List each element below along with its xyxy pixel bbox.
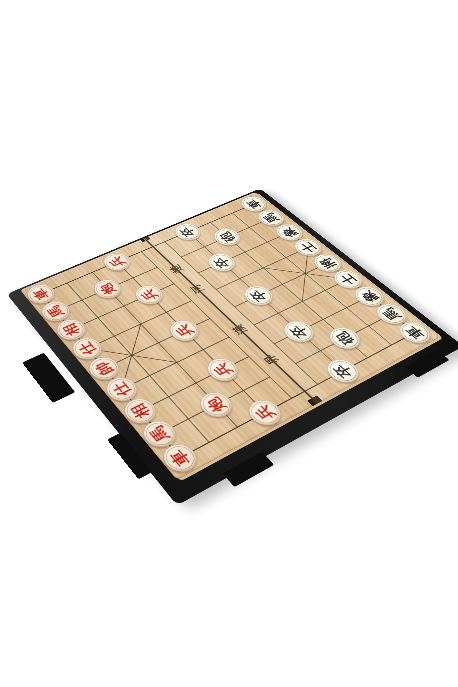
piece-black-soldier[interactable]: 卒 xyxy=(278,317,320,346)
piece-glyph: 兵 xyxy=(173,323,196,339)
piece-glyph: 士 xyxy=(337,272,359,286)
piece-glyph: 砲 xyxy=(333,330,357,346)
piece-glyph: 卒 xyxy=(331,362,356,380)
piece-black-cannon[interactable]: 砲 xyxy=(324,324,367,353)
piece-glyph: 車 xyxy=(244,198,264,210)
piece-glyph: 卒 xyxy=(287,324,310,340)
board-surface: 楚河漢界 車兵卒車馬炮砲馬相兵卒象仕士帥兵卒將仕士相兵卒象馬炮砲馬車兵卒車 xyxy=(20,192,440,480)
piece-glyph: 兵 xyxy=(211,361,235,378)
piece-glyph: 相 xyxy=(128,402,152,421)
piece-red-cannon[interactable]: 炮 xyxy=(194,388,238,422)
piece-glyph: 卒 xyxy=(178,226,198,239)
piece-glyph: 砲 xyxy=(217,231,237,244)
piece-glyph: 卒 xyxy=(248,288,270,303)
piece-glyph: 馬 xyxy=(147,424,172,444)
piece-black-cannon[interactable]: 砲 xyxy=(209,226,246,249)
pieces-grid: 車兵卒車馬炮砲馬相兵卒象仕士帥兵卒將仕士相兵卒象馬炮砲馬車兵卒車 xyxy=(21,193,439,479)
piece-glyph: 車 xyxy=(167,447,193,468)
piece-glyph: 仕 xyxy=(110,380,134,398)
piece-glyph: 兵 xyxy=(252,403,277,422)
piece-red-cannon[interactable]: 炮 xyxy=(89,276,127,302)
piece-glyph: 兵 xyxy=(107,255,127,268)
piece-glyph: 炮 xyxy=(97,282,118,296)
piece-glyph: 車 xyxy=(31,287,52,302)
piece-glyph: 炮 xyxy=(204,395,229,414)
piece-glyph: 將 xyxy=(317,256,339,270)
piece-glyph: 帥 xyxy=(93,360,116,377)
xiangqi-board: 楚河漢界 車兵卒車馬炮砲馬相兵卒象仕士帥兵卒將仕士相兵卒象馬炮砲馬車兵卒車 xyxy=(20,192,440,480)
piece-glyph: 兵 xyxy=(139,287,160,302)
piece-black-soldier[interactable]: 卒 xyxy=(203,250,241,274)
piece-red-soldier[interactable]: 兵 xyxy=(130,282,168,308)
piece-glyph: 象 xyxy=(279,226,300,239)
product-photo-canvas: 楚河漢界 車兵卒車馬炮砲馬相兵卒象仕士帥兵卒將仕士相兵卒象馬炮砲馬車兵卒車 xyxy=(0,0,458,687)
piece-glyph: 仕 xyxy=(76,340,98,356)
piece-red-soldier[interactable]: 兵 xyxy=(202,354,245,385)
piece-glyph: 卒 xyxy=(211,256,232,270)
piece-glyph: 車 xyxy=(403,324,427,340)
piece-glyph: 馬 xyxy=(380,306,403,321)
piece-black-soldier[interactable]: 卒 xyxy=(239,282,279,308)
piece-glyph: 馬 xyxy=(45,304,66,319)
piece-glyph: 士 xyxy=(298,241,319,254)
piece-glyph: 相 xyxy=(60,322,82,338)
piece-red-soldier[interactable]: 兵 xyxy=(164,316,205,345)
piece-glyph: 象 xyxy=(358,289,381,304)
piece-glyph: 馬 xyxy=(261,212,281,224)
